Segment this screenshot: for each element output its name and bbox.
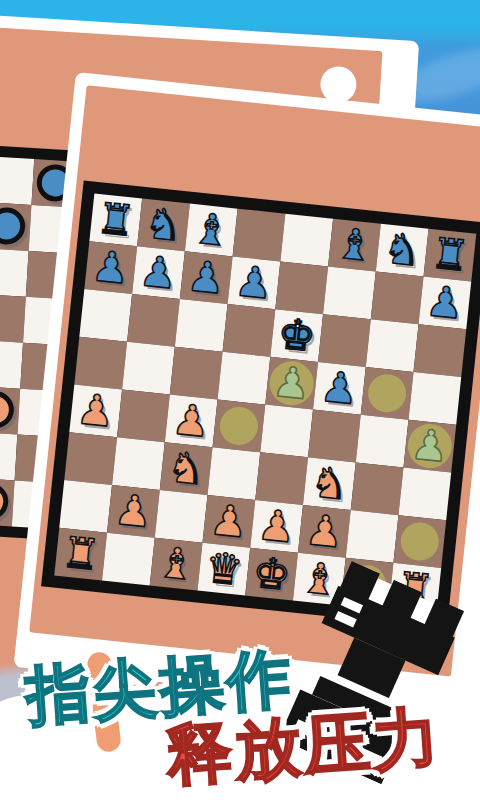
square-c8[interactable]: ♝ (185, 204, 238, 257)
black-bishop-c8[interactable]: ♝ (185, 204, 238, 257)
white-pawn-f2[interactable]: ♟ (298, 505, 351, 558)
background-square (0, 294, 26, 343)
square-a4[interactable]: ♟ (69, 385, 122, 438)
square-g8[interactable]: ♞ (376, 224, 429, 277)
square-g2[interactable] (346, 510, 399, 563)
black-pawn-d7[interactable]: ♟ (228, 256, 281, 309)
square-a5[interactable] (74, 337, 127, 390)
square-a3[interactable] (64, 432, 117, 485)
square-a6[interactable] (79, 289, 132, 342)
black-pawn-b7[interactable]: ♟ (132, 246, 185, 299)
square-b2[interactable]: ♟ (107, 485, 160, 538)
square-f5[interactable]: ♟ (313, 362, 366, 415)
black-pawn-c7[interactable]: ♟ (180, 251, 233, 304)
white-queen-d1[interactable]: ♛ (197, 543, 250, 596)
square-d8[interactable] (233, 209, 286, 262)
square-h8[interactable]: ♜ (424, 229, 477, 282)
square-e6[interactable]: ♚ (270, 309, 323, 362)
square-f4[interactable] (308, 410, 361, 463)
white-pawn-b2[interactable]: ♟ (107, 485, 160, 538)
black-rook-a8[interactable]: ♜ (89, 194, 142, 247)
white-pawn-e2[interactable]: ♟ (250, 500, 303, 553)
white-knight-f3[interactable]: ♞ (303, 457, 356, 510)
orange-disc (0, 482, 9, 521)
square-e3[interactable] (255, 452, 308, 505)
square-g5[interactable] (361, 367, 414, 420)
square-b6[interactable] (127, 294, 180, 347)
square-h6[interactable] (413, 324, 466, 377)
background-square (0, 156, 34, 205)
blue-disc (0, 206, 26, 245)
white-rook-a1[interactable]: ♜ (54, 528, 107, 581)
background-square (0, 340, 23, 389)
square-e5[interactable]: ♟ (265, 357, 318, 410)
square-h4[interactable]: ♟ (403, 420, 456, 473)
square-d1[interactable]: ♛ (197, 543, 250, 596)
black-pawn-a7[interactable]: ♟ (84, 241, 137, 294)
square-g3[interactable] (351, 462, 404, 515)
white-knight-c3[interactable]: ♞ (160, 442, 213, 495)
square-b5[interactable] (122, 342, 175, 395)
white-pawn-a4[interactable]: ♟ (69, 385, 122, 438)
square-c1[interactable]: ♝ (150, 538, 203, 591)
square-c4[interactable]: ♟ (165, 395, 218, 448)
square-e8[interactable] (280, 214, 333, 267)
square-b7[interactable]: ♟ (132, 246, 185, 299)
square-c2[interactable] (155, 490, 208, 543)
promo-screenshot: ♜♞♝♝♞♜♟♟♟♟♟♚♟♟♟♟♟♞♞♟♟♟♟♜♝♛♚♝♜ 指尖操作 释放压力 (0, 0, 480, 800)
square-f7[interactable] (323, 266, 376, 319)
square-f2[interactable]: ♟ (298, 505, 351, 558)
white-king-e1[interactable]: ♚ (245, 548, 298, 601)
white-pawn-d2[interactable]: ♟ (202, 495, 255, 548)
square-b4[interactable] (117, 390, 170, 443)
square-g6[interactable] (366, 319, 419, 372)
square-d4[interactable] (213, 400, 266, 453)
black-pawn-e5[interactable]: ♟ (265, 357, 318, 410)
chess-board-grid: ♜♞♝♝♞♜♟♟♟♟♟♚♟♟♟♟♟♞♞♟♟♟♟♜♝♛♚♝♜ (54, 194, 476, 616)
white-pawn-c4[interactable]: ♟ (165, 395, 218, 448)
square-g7[interactable] (371, 271, 424, 324)
square-h3[interactable] (398, 467, 451, 520)
chess-board-border: ♜♞♝♝♞♜♟♟♟♟♟♚♟♟♟♟♟♞♞♟♟♟♟♜♝♛♚♝♜ (41, 180, 480, 628)
square-a2[interactable] (59, 480, 112, 533)
square-c3[interactable]: ♞ (160, 442, 213, 495)
square-d5[interactable] (218, 352, 271, 405)
square-b1[interactable] (102, 533, 155, 586)
white-bishop-c1[interactable]: ♝ (150, 538, 203, 591)
black-knight-b8[interactable]: ♞ (137, 199, 190, 252)
black-bishop-f8[interactable]: ♝ (328, 219, 381, 272)
move-hint-h2[interactable] (399, 521, 441, 563)
square-b8[interactable]: ♞ (137, 199, 190, 252)
square-c5[interactable] (170, 347, 223, 400)
square-e1[interactable]: ♚ (245, 548, 298, 601)
orange-disc (0, 390, 15, 429)
black-rook-h8[interactable]: ♜ (424, 229, 477, 282)
square-f6[interactable] (318, 314, 371, 367)
black-pawn-h4[interactable]: ♟ (403, 420, 456, 473)
square-d3[interactable] (207, 447, 260, 500)
square-d2[interactable]: ♟ (202, 495, 255, 548)
square-a7[interactable]: ♟ (84, 241, 137, 294)
square-d7[interactable]: ♟ (228, 256, 281, 309)
square-e2[interactable]: ♟ (250, 500, 303, 553)
background-square (0, 202, 31, 251)
square-f3[interactable]: ♞ (303, 457, 356, 510)
black-pawn-h7[interactable]: ♟ (419, 276, 472, 329)
move-hint-d4[interactable] (218, 405, 260, 447)
square-a8[interactable]: ♜ (89, 194, 142, 247)
square-d6[interactable] (223, 304, 276, 357)
square-h5[interactable] (408, 372, 461, 425)
square-g4[interactable] (356, 415, 409, 468)
square-h7[interactable]: ♟ (419, 276, 472, 329)
square-c7[interactable]: ♟ (180, 251, 233, 304)
square-c6[interactable] (175, 299, 228, 352)
black-pawn-f5[interactable]: ♟ (313, 362, 366, 415)
square-h2[interactable] (393, 515, 446, 568)
black-knight-g8[interactable]: ♞ (376, 224, 429, 277)
move-hint-g5[interactable] (366, 372, 408, 414)
square-e7[interactable] (275, 261, 328, 314)
square-e4[interactable] (260, 405, 313, 458)
square-b3[interactable] (112, 437, 165, 490)
background-square (0, 248, 29, 297)
black-king-e6[interactable]: ♚ (270, 309, 323, 362)
square-f8[interactable]: ♝ (328, 219, 381, 272)
square-a1[interactable]: ♜ (54, 528, 107, 581)
tagline-line2: 释放压力 (163, 692, 445, 800)
